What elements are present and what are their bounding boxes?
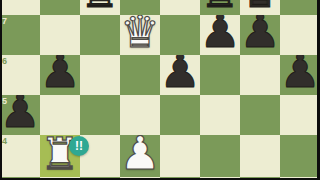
square-f4[interactable]: [200, 135, 240, 177]
square-c6[interactable]: [80, 55, 120, 95]
piece-black-pawn-a5[interactable]: ♟: [0, 95, 40, 134]
square-b5[interactable]: [40, 95, 80, 135]
square-a7[interactable]: 7: [0, 15, 40, 55]
square-f8[interactable]: ♜: [200, 0, 240, 15]
rank-label-6: 6: [2, 56, 7, 66]
piece-black-pawn-f7[interactable]: ♟: [200, 15, 240, 54]
piece-black-rook-c8[interactable]: ♜: [80, 0, 119, 14]
frame-border-bottom: [0, 178, 320, 180]
square-a4[interactable]: 4: [0, 135, 40, 177]
square-c8[interactable]: ♜: [80, 0, 120, 15]
square-b6[interactable]: ♟: [40, 55, 80, 95]
frame-border-left: [0, 0, 2, 180]
square-c5[interactable]: [80, 95, 120, 135]
square-d6[interactable]: [120, 55, 160, 95]
square-h4[interactable]: [280, 135, 320, 177]
square-h7[interactable]: [280, 15, 320, 55]
square-e6[interactable]: ♟: [160, 55, 200, 95]
piece-white-queen-d7[interactable]: ♛: [120, 15, 159, 54]
square-g8[interactable]: ♚: [240, 0, 280, 15]
piece-white-pawn-d4[interactable]: ♟: [120, 135, 160, 176]
video-frame: ♜♜♚7♛♟♟6♟♟♟5♟4♜♟ !!: [0, 0, 320, 180]
piece-black-king-g8[interactable]: ♚: [240, 0, 279, 14]
square-g7[interactable]: ♟: [240, 15, 280, 55]
square-h6[interactable]: ♟: [280, 55, 320, 95]
square-b8[interactable]: [40, 0, 80, 15]
square-f5[interactable]: [200, 95, 240, 135]
square-e7[interactable]: [160, 15, 200, 55]
piece-black-rook-f8[interactable]: ♜: [200, 0, 239, 14]
square-a6[interactable]: 6: [0, 55, 40, 95]
square-e4[interactable]: [160, 135, 200, 177]
piece-black-pawn-b6[interactable]: ♟: [40, 55, 80, 94]
square-d7[interactable]: ♛: [120, 15, 160, 55]
rank-label-4: 4: [2, 136, 7, 146]
square-g4[interactable]: [240, 135, 280, 177]
chess-board: ♜♜♚7♛♟♟6♟♟♟5♟4♜♟: [0, 0, 320, 180]
rank-label-7: 7: [2, 16, 7, 26]
square-e8[interactable]: [160, 0, 200, 15]
square-d5[interactable]: [120, 95, 160, 135]
square-b7[interactable]: [40, 15, 80, 55]
square-c7[interactable]: [80, 15, 120, 55]
square-f7[interactable]: ♟: [200, 15, 240, 55]
brilliant-move-badge: !!: [69, 136, 89, 156]
piece-black-pawn-h6[interactable]: ♟: [280, 55, 320, 94]
square-h8[interactable]: [280, 0, 320, 15]
square-f6[interactable]: [200, 55, 240, 95]
square-d4[interactable]: ♟: [120, 135, 160, 177]
piece-black-pawn-g7[interactable]: ♟: [240, 15, 280, 54]
square-a8[interactable]: [0, 0, 40, 15]
piece-black-pawn-e6[interactable]: ♟: [160, 55, 200, 94]
square-d8[interactable]: [120, 0, 160, 15]
square-a5[interactable]: 5♟: [0, 95, 40, 135]
square-g5[interactable]: [240, 95, 280, 135]
square-h5[interactable]: [280, 95, 320, 135]
square-g6[interactable]: [240, 55, 280, 95]
square-e5[interactable]: [160, 95, 200, 135]
